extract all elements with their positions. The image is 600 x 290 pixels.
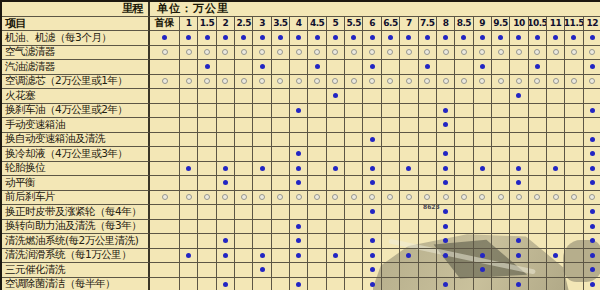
empty-cell [180, 104, 198, 119]
inspect-circle-cell [529, 191, 547, 206]
inspect-circle-cell [419, 191, 437, 206]
blue-dot-icon [370, 253, 375, 258]
empty-cell [492, 89, 510, 104]
inspect-circle-cell [474, 46, 492, 61]
service-dot-cell [290, 220, 308, 235]
empty-cell [235, 278, 253, 290]
inspect-circle-cell [547, 46, 565, 61]
gray-circle-icon [277, 49, 283, 55]
empty-cell [327, 176, 345, 191]
empty-cell [345, 89, 363, 104]
empty-cell [150, 118, 180, 133]
empty-cell [180, 176, 198, 191]
blue-dot-icon [186, 35, 191, 40]
empty-cell [474, 176, 492, 191]
empty-cell [272, 220, 290, 235]
inspect-circle-cell [308, 46, 326, 61]
maintenance-schedule-document: 8623 里程单位：万公里项目首保11.522.533.544.555.566.… [0, 0, 600, 290]
empty-cell [290, 133, 308, 148]
blue-dot-icon [480, 253, 485, 258]
empty-cell [308, 176, 326, 191]
service-dot-cell [529, 60, 547, 75]
service-dot-cell [253, 162, 271, 177]
empty-cell [529, 176, 547, 191]
mileage-header-cell: 1.5 [198, 17, 216, 32]
gray-circle-icon [424, 49, 430, 55]
service-dot-cell [363, 31, 381, 46]
gray-circle-icon [277, 194, 283, 200]
empty-cell [400, 205, 418, 220]
empty-cell [419, 205, 437, 220]
gray-circle-icon [406, 78, 412, 84]
service-dot-cell [400, 31, 418, 46]
service-dot-cell [253, 263, 271, 278]
gray-circle-icon [351, 49, 357, 55]
empty-cell [565, 147, 583, 162]
service-dot-cell [400, 249, 418, 264]
empty-cell [419, 147, 437, 162]
empty-cell [474, 147, 492, 162]
empty-cell [382, 118, 400, 133]
inspect-circle-cell [510, 75, 528, 90]
blue-dot-icon [535, 35, 540, 40]
empty-cell [308, 220, 326, 235]
empty-cell [437, 263, 455, 278]
empty-cell [180, 89, 198, 104]
service-dot-cell [510, 176, 528, 191]
empty-cell [400, 104, 418, 119]
blue-dot-icon [370, 180, 375, 185]
row-label: 换自动变速箱油及清洗 [2, 133, 150, 148]
empty-cell [235, 162, 253, 177]
empty-cell [437, 60, 455, 75]
gray-circle-icon [461, 49, 467, 55]
empty-cell [272, 147, 290, 162]
empty-cell [437, 89, 455, 104]
blue-dot-icon [516, 180, 521, 185]
blue-dot-icon [406, 35, 411, 40]
first-service-header: 首保 [150, 17, 180, 32]
empty-cell [529, 220, 547, 235]
blue-dot-icon [590, 137, 595, 142]
empty-cell [345, 60, 363, 75]
empty-cell [327, 234, 345, 249]
empty-cell [198, 162, 216, 177]
empty-cell [492, 176, 510, 191]
row-label: 清洗润滑系统（每1万公里） [2, 249, 150, 264]
empty-cell [345, 263, 363, 278]
blue-dot-icon [590, 238, 595, 243]
mileage-header-cell: 4 [290, 17, 308, 32]
gray-circle-icon [186, 49, 192, 55]
empty-cell [345, 205, 363, 220]
service-dot-cell [492, 31, 510, 46]
inspect-circle-cell [180, 191, 198, 206]
service-dot-cell [474, 60, 492, 75]
gray-circle-icon [369, 49, 375, 55]
empty-cell [437, 133, 455, 148]
inspect-circle-cell [253, 191, 271, 206]
blue-dot-icon [590, 209, 595, 214]
service-dot-cell [584, 162, 600, 177]
empty-cell [150, 89, 180, 104]
blue-dot-icon [223, 166, 228, 171]
service-dot-cell [217, 162, 235, 177]
mileage-header-cell: 7 [400, 17, 418, 32]
empty-cell [345, 104, 363, 119]
blue-dot-icon [186, 166, 191, 171]
empty-cell [492, 104, 510, 119]
mileage-header-cell: 1 [180, 17, 198, 32]
blue-dot-icon [370, 282, 375, 287]
gray-circle-icon [571, 78, 577, 84]
empty-cell [474, 234, 492, 249]
empty-cell [235, 147, 253, 162]
empty-cell [382, 89, 400, 104]
empty-cell [400, 220, 418, 235]
empty-cell [547, 263, 565, 278]
empty-cell [345, 133, 363, 148]
gray-circle-icon [186, 194, 192, 200]
empty-cell [217, 263, 235, 278]
empty-cell [382, 133, 400, 148]
service-dot-cell [235, 31, 253, 46]
gray-circle-icon [332, 194, 338, 200]
empty-cell [455, 118, 473, 133]
empty-cell [150, 205, 180, 220]
gray-circle-icon [553, 78, 559, 84]
blue-dot-icon [223, 35, 228, 40]
empty-cell [327, 278, 345, 290]
empty-cell [455, 234, 473, 249]
empty-cell [150, 104, 180, 119]
empty-cell [547, 234, 565, 249]
inspect-circle-cell [474, 75, 492, 90]
blue-dot-icon [370, 64, 375, 69]
gray-circle-icon [553, 194, 559, 200]
inspect-circle-cell [437, 46, 455, 61]
empty-cell [584, 89, 600, 104]
gray-circle-icon [314, 49, 320, 55]
empty-cell [272, 60, 290, 75]
blue-dot-icon [425, 35, 430, 40]
blue-dot-icon [443, 108, 448, 113]
mileage-header-cell: 11 [547, 17, 565, 32]
empty-cell [455, 147, 473, 162]
inspect-circle-cell [455, 46, 473, 61]
empty-cell [547, 60, 565, 75]
gray-circle-icon [553, 49, 559, 55]
mileage-header-cell: 4.5 [308, 17, 326, 32]
empty-cell [510, 263, 528, 278]
blue-dot-icon [590, 267, 595, 272]
row-label: 清洗燃油系统(每2万公里清洗) [2, 234, 150, 249]
mileage-header-cell: 9 [474, 17, 492, 32]
empty-cell [345, 249, 363, 264]
empty-cell [565, 176, 583, 191]
inspect-circle-cell [235, 191, 253, 206]
mileage-header-cell: 8.5 [455, 17, 473, 32]
empty-cell [272, 89, 290, 104]
blue-dot-icon [260, 253, 265, 258]
empty-cell [529, 118, 547, 133]
blue-dot-icon [443, 253, 448, 258]
inspect-circle-cell [363, 191, 381, 206]
empty-cell [492, 220, 510, 235]
empty-cell [547, 89, 565, 104]
service-dot-cell [474, 249, 492, 264]
row-label: 机油、机滤（每3个月） [2, 31, 150, 46]
service-dot-cell [437, 220, 455, 235]
service-dot-cell [327, 89, 345, 104]
empty-cell [150, 278, 180, 290]
gray-circle-icon [351, 194, 357, 200]
empty-cell [400, 234, 418, 249]
empty-cell [382, 278, 400, 290]
empty-cell [308, 89, 326, 104]
blue-dot-icon [370, 267, 375, 272]
empty-cell [253, 118, 271, 133]
service-dot-cell [584, 263, 600, 278]
service-dot-cell [584, 133, 600, 148]
empty-cell [180, 60, 198, 75]
mileage-header-cell: 9.5 [492, 17, 510, 32]
empty-cell [253, 176, 271, 191]
empty-cell [419, 104, 437, 119]
service-dot-cell [217, 234, 235, 249]
service-dot-cell [363, 162, 381, 177]
gray-circle-icon [222, 78, 228, 84]
inspect-circle-cell [400, 191, 418, 206]
inspect-circle-cell [345, 75, 363, 90]
empty-cell [455, 133, 473, 148]
gray-circle-icon [259, 49, 265, 55]
blue-dot-icon [370, 238, 375, 243]
inspect-circle-cell [290, 75, 308, 90]
empty-cell [327, 104, 345, 119]
blue-dot-icon [443, 166, 448, 171]
inspect-circle-cell [584, 191, 600, 206]
inspect-circle-cell [150, 191, 180, 206]
inspect-circle-cell [400, 46, 418, 61]
empty-cell [272, 133, 290, 148]
gray-circle-icon [534, 49, 540, 55]
empty-cell [272, 234, 290, 249]
inspect-circle-cell [492, 191, 510, 206]
empty-cell [272, 104, 290, 119]
service-dot-cell [363, 234, 381, 249]
service-dot-cell [327, 162, 345, 177]
empty-cell [235, 133, 253, 148]
gray-circle-icon [241, 49, 247, 55]
empty-cell [474, 133, 492, 148]
inspect-circle-cell [290, 46, 308, 61]
service-dot-cell [510, 249, 528, 264]
gray-circle-icon [259, 78, 265, 84]
blue-dot-icon [590, 224, 595, 229]
empty-cell [455, 220, 473, 235]
blue-dot-icon [162, 35, 167, 40]
empty-cell [272, 278, 290, 290]
blue-dot-icon [516, 35, 521, 40]
empty-cell [400, 263, 418, 278]
service-dot-cell [437, 176, 455, 191]
mileage-header-cell: 7.5 [419, 17, 437, 32]
service-dot-cell [419, 60, 437, 75]
empty-cell [198, 104, 216, 119]
gray-circle-icon [589, 49, 595, 55]
blue-dot-icon [443, 238, 448, 243]
empty-cell [345, 147, 363, 162]
empty-cell [529, 234, 547, 249]
blue-dot-icon [278, 35, 283, 40]
service-dot-cell [437, 249, 455, 264]
blue-dot-icon [223, 180, 228, 185]
service-dot-cell [437, 278, 455, 290]
inspect-circle-cell [529, 75, 547, 90]
empty-cell [547, 147, 565, 162]
service-dot-cell [510, 89, 528, 104]
empty-cell [308, 234, 326, 249]
empty-cell [400, 278, 418, 290]
service-dot-cell [217, 176, 235, 191]
blue-dot-icon [590, 35, 595, 40]
empty-cell [419, 162, 437, 177]
blue-dot-icon [553, 166, 558, 171]
row-label: 三元催化清洗 [2, 263, 150, 278]
empty-cell [198, 89, 216, 104]
empty-cell [382, 104, 400, 119]
blue-dot-icon [516, 282, 521, 287]
gray-circle-icon [461, 194, 467, 200]
row-label: 空气滤清器 [2, 46, 150, 61]
blue-dot-icon [370, 137, 375, 142]
empty-cell [217, 118, 235, 133]
inspect-circle-cell [547, 75, 565, 90]
empty-cell [455, 89, 473, 104]
empty-cell [327, 133, 345, 148]
gray-circle-icon [479, 49, 485, 55]
empty-cell [217, 104, 235, 119]
empty-cell [217, 147, 235, 162]
empty-cell [363, 89, 381, 104]
gray-circle-icon [516, 194, 522, 200]
inspect-circle-cell [198, 75, 216, 90]
inspect-circle-cell [235, 75, 253, 90]
mileage-header-cell: 10 [510, 17, 528, 32]
empty-cell [455, 162, 473, 177]
inspect-circle-cell [382, 75, 400, 90]
item-column-header: 项目 [2, 17, 150, 32]
blue-dot-icon [370, 35, 375, 40]
service-dot-cell [437, 205, 455, 220]
empty-cell [327, 220, 345, 235]
gray-circle-icon [498, 78, 504, 84]
empty-cell [180, 118, 198, 133]
blue-dot-icon [260, 267, 265, 272]
blue-dot-icon [296, 108, 301, 113]
service-dot-cell [290, 249, 308, 264]
empty-cell [198, 263, 216, 278]
mileage-header-cell: 5.5 [345, 17, 363, 32]
blue-dot-icon [260, 35, 265, 40]
empty-cell [290, 263, 308, 278]
empty-cell [345, 220, 363, 235]
empty-cell [235, 263, 253, 278]
empty-cell [474, 104, 492, 119]
empty-cell [565, 118, 583, 133]
gray-circle-icon [534, 194, 540, 200]
blue-dot-icon [480, 64, 485, 69]
empty-cell [150, 263, 180, 278]
inspect-circle-cell [235, 46, 253, 61]
empty-cell [308, 278, 326, 290]
blue-dot-icon [296, 238, 301, 243]
blue-dot-icon [443, 35, 448, 40]
service-dot-cell [327, 249, 345, 264]
service-dot-cell [584, 278, 600, 290]
blue-dot-icon [315, 35, 320, 40]
empty-cell [272, 249, 290, 264]
empty-cell [382, 220, 400, 235]
service-dot-cell [308, 60, 326, 75]
empty-cell [363, 147, 381, 162]
inspect-circle-cell [529, 46, 547, 61]
blue-dot-icon [296, 224, 301, 229]
empty-cell [363, 118, 381, 133]
gray-circle-icon [406, 49, 412, 55]
gray-circle-icon [498, 194, 504, 200]
gray-circle-icon [296, 194, 302, 200]
empty-cell [510, 205, 528, 220]
empty-cell [363, 104, 381, 119]
gray-circle-icon [296, 78, 302, 84]
empty-cell [327, 263, 345, 278]
empty-cell [510, 133, 528, 148]
inspect-circle-cell [272, 46, 290, 61]
gray-circle-icon [424, 78, 430, 84]
empty-cell [419, 176, 437, 191]
gray-circle-icon [387, 78, 393, 84]
empty-cell [547, 278, 565, 290]
empty-cell [382, 162, 400, 177]
service-dot-cell [198, 60, 216, 75]
empty-cell [547, 118, 565, 133]
empty-cell [198, 220, 216, 235]
gray-circle-icon [387, 49, 393, 55]
empty-cell [272, 176, 290, 191]
blue-dot-icon [260, 64, 265, 69]
service-dot-cell [547, 31, 565, 46]
service-dot-cell [419, 31, 437, 46]
inspect-circle-cell [455, 191, 473, 206]
service-dot-cell [345, 31, 363, 46]
inspect-circle-cell [327, 191, 345, 206]
service-dot-cell [217, 31, 235, 46]
blue-dot-icon [443, 180, 448, 185]
empty-cell [180, 133, 198, 148]
blue-dot-icon [333, 253, 338, 258]
service-dot-cell [150, 31, 180, 46]
empty-cell [529, 104, 547, 119]
service-dot-cell [363, 249, 381, 264]
service-dot-cell [308, 31, 326, 46]
inspect-circle-cell [198, 46, 216, 61]
empty-cell [419, 278, 437, 290]
inspect-circle-cell [584, 75, 600, 90]
empty-cell [308, 249, 326, 264]
gray-circle-icon [516, 49, 522, 55]
